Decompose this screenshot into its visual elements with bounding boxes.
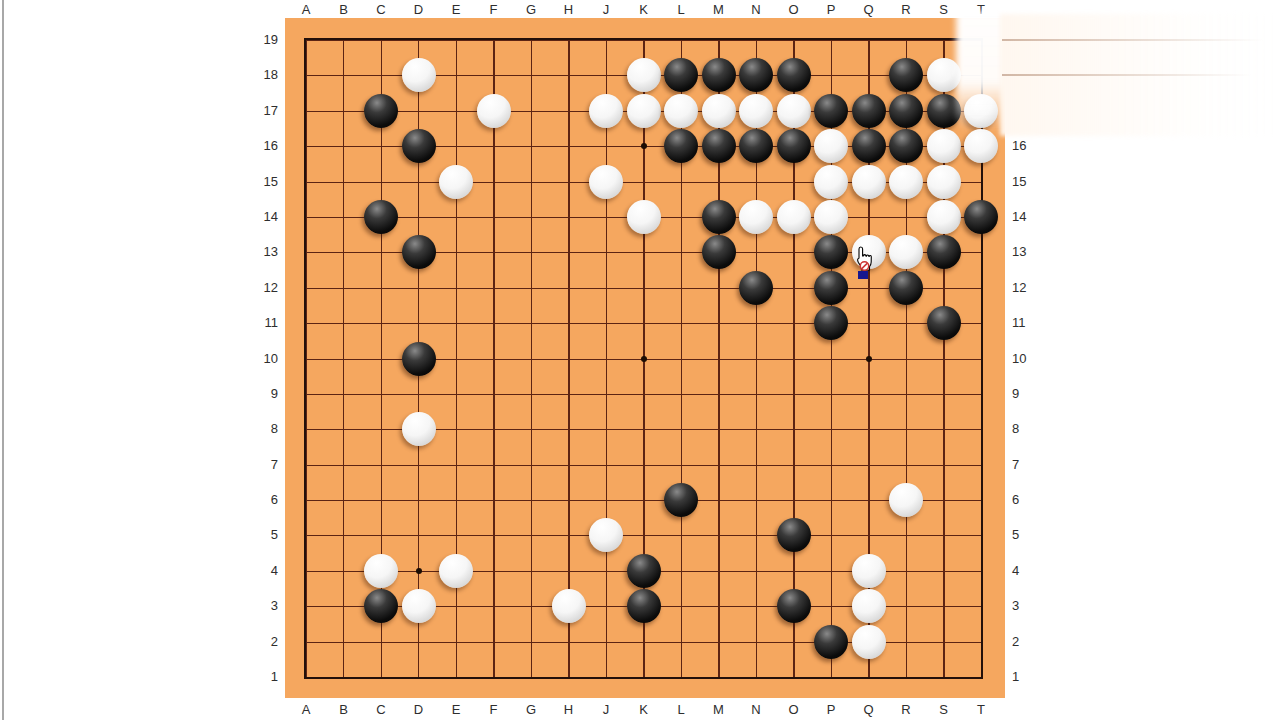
stone-white-Q4[interactable] [852, 554, 886, 588]
stone-black-C3[interactable] [364, 589, 398, 623]
col-label-bottom: L [669, 702, 693, 718]
stone-white-S18[interactable] [927, 58, 961, 92]
stone-white-M17[interactable] [702, 94, 736, 128]
row-label-right: 1 [1012, 669, 1046, 685]
glare-stripe [1002, 74, 1252, 76]
row-label-left: 16 [244, 138, 278, 154]
col-label-bottom: P [819, 702, 843, 718]
stone-black-M14[interactable] [702, 200, 736, 234]
row-label-right: 9 [1012, 386, 1046, 402]
stone-black-C14[interactable] [364, 200, 398, 234]
stone-black-R12[interactable] [889, 271, 923, 305]
stone-black-O18[interactable] [777, 58, 811, 92]
row-label-right: 11 [1012, 315, 1046, 331]
stone-white-E4[interactable] [439, 554, 473, 588]
col-label-bottom: O [782, 702, 806, 718]
stone-black-M18[interactable] [702, 58, 736, 92]
row-label-right: 3 [1012, 598, 1046, 614]
stone-white-C4[interactable] [364, 554, 398, 588]
stone-white-D18[interactable] [402, 58, 436, 92]
stone-white-R6[interactable] [889, 483, 923, 517]
row-label-left: 12 [244, 280, 278, 296]
stone-white-S14[interactable] [927, 200, 961, 234]
col-label-bottom: N [744, 702, 768, 718]
stone-white-E15[interactable] [439, 165, 473, 199]
stone-white-K14[interactable] [627, 200, 661, 234]
stone-white-R15[interactable] [889, 165, 923, 199]
row-label-right: 8 [1012, 421, 1046, 437]
stone-black-S11[interactable] [927, 306, 961, 340]
col-label-bottom: M [707, 702, 731, 718]
row-label-right: 4 [1012, 563, 1046, 579]
row-label-right: 13 [1012, 244, 1046, 260]
col-label-top: N [744, 2, 768, 18]
stone-black-K3[interactable] [627, 589, 661, 623]
row-label-left: 5 [244, 527, 278, 543]
col-label-bottom: C [369, 702, 393, 718]
col-label-bottom: F [482, 702, 506, 718]
stone-black-N12[interactable] [739, 271, 773, 305]
stone-black-O3[interactable] [777, 589, 811, 623]
left-edge-line [2, 0, 4, 720]
row-label-left: 17 [244, 103, 278, 119]
stone-black-M13[interactable] [702, 235, 736, 269]
stone-white-J17[interactable] [589, 94, 623, 128]
row-label-right: 10 [1012, 351, 1046, 367]
stone-black-O16[interactable] [777, 129, 811, 163]
stone-black-L16[interactable] [664, 129, 698, 163]
col-label-bottom: T [969, 702, 993, 718]
star-point-D4 [416, 568, 422, 574]
stone-white-O14[interactable] [777, 200, 811, 234]
col-label-top: S [932, 2, 956, 18]
stone-black-P11[interactable] [814, 306, 848, 340]
glare-artifact-horizontal [1000, 14, 1280, 136]
stone-black-D16[interactable] [402, 129, 436, 163]
stone-black-K4[interactable] [627, 554, 661, 588]
col-label-top: G [519, 2, 543, 18]
row-label-right: 6 [1012, 492, 1046, 508]
row-label-left: 13 [244, 244, 278, 260]
move-marker [858, 271, 868, 279]
stone-black-S13[interactable] [927, 235, 961, 269]
stone-black-N16[interactable] [739, 129, 773, 163]
stone-black-D10[interactable] [402, 342, 436, 376]
stone-white-N14[interactable] [739, 200, 773, 234]
stone-black-M16[interactable] [702, 129, 736, 163]
row-label-right: 15 [1012, 174, 1046, 190]
stone-black-P2[interactable] [814, 625, 848, 659]
col-label-top: J [594, 2, 618, 18]
col-label-top: Q [857, 2, 881, 18]
stone-black-R17[interactable] [889, 94, 923, 128]
stone-white-F17[interactable] [477, 94, 511, 128]
col-label-top: T [969, 2, 993, 18]
stone-white-T16[interactable] [964, 129, 998, 163]
col-label-bottom: G [519, 702, 543, 718]
col-label-top: D [407, 2, 431, 18]
stone-white-D8[interactable] [402, 412, 436, 446]
stone-white-S15[interactable] [927, 165, 961, 199]
stone-black-C17[interactable] [364, 94, 398, 128]
star-point-Q10 [866, 356, 872, 362]
col-label-top: L [669, 2, 693, 18]
col-label-top: P [819, 2, 843, 18]
stone-white-O17[interactable] [777, 94, 811, 128]
stone-black-R16[interactable] [889, 129, 923, 163]
row-label-left: 2 [244, 634, 278, 650]
stone-white-J15[interactable] [589, 165, 623, 199]
star-point-K16 [641, 143, 647, 149]
stone-white-T17[interactable] [964, 94, 998, 128]
col-label-bottom: J [594, 702, 618, 718]
stone-white-Q3[interactable] [852, 589, 886, 623]
row-label-left: 4 [244, 563, 278, 579]
page: AABBCCDDEEFFGGHHJJKKLLMMNNOOPPQQRRSSTT19… [0, 0, 1280, 720]
stone-white-N17[interactable] [739, 94, 773, 128]
row-label-left: 8 [244, 421, 278, 437]
stone-black-Q16[interactable] [852, 129, 886, 163]
stone-black-P17[interactable] [814, 94, 848, 128]
col-label-bottom: K [632, 702, 656, 718]
col-label-bottom: R [894, 702, 918, 718]
col-label-top: M [707, 2, 731, 18]
stone-white-H3[interactable] [552, 589, 586, 623]
col-label-top: O [782, 2, 806, 18]
row-label-left: 19 [244, 32, 278, 48]
col-label-bottom: A [294, 702, 318, 718]
stone-white-L17[interactable] [664, 94, 698, 128]
col-label-top: B [332, 2, 356, 18]
stone-black-T14[interactable] [964, 200, 998, 234]
stone-white-P14[interactable] [814, 200, 848, 234]
col-label-bottom: H [557, 702, 581, 718]
row-label-left: 15 [244, 174, 278, 190]
row-label-right: 2 [1012, 634, 1046, 650]
stone-white-Q13[interactable] [852, 235, 886, 269]
col-label-top: H [557, 2, 581, 18]
row-label-left: 7 [244, 457, 278, 473]
col-label-top: F [482, 2, 506, 18]
row-label-right: 5 [1012, 527, 1046, 543]
row-label-left: 1 [244, 669, 278, 685]
stone-black-S17[interactable] [927, 94, 961, 128]
stone-white-K18[interactable] [627, 58, 661, 92]
row-label-left: 3 [244, 598, 278, 614]
col-label-bottom: Q [857, 702, 881, 718]
stone-white-S16[interactable] [927, 129, 961, 163]
row-label-right: 12 [1012, 280, 1046, 296]
row-label-right: 14 [1012, 209, 1046, 225]
row-label-left: 14 [244, 209, 278, 225]
stone-white-Q2[interactable] [852, 625, 886, 659]
stone-black-Q17[interactable] [852, 94, 886, 128]
row-label-right: 7 [1012, 457, 1046, 473]
col-label-top: R [894, 2, 918, 18]
stone-white-K17[interactable] [627, 94, 661, 128]
col-label-bottom: B [332, 702, 356, 718]
stone-black-P12[interactable] [814, 271, 848, 305]
col-label-bottom: E [444, 702, 468, 718]
col-label-bottom: D [407, 702, 431, 718]
stone-black-O5[interactable] [777, 518, 811, 552]
glare-stripe [1002, 39, 1264, 41]
stone-white-P16[interactable] [814, 129, 848, 163]
row-label-left: 11 [244, 315, 278, 331]
stone-black-L6[interactable] [664, 483, 698, 517]
row-label-left: 6 [244, 492, 278, 508]
star-point-K10 [641, 356, 647, 362]
col-label-top: C [369, 2, 393, 18]
row-label-left: 10 [244, 351, 278, 367]
col-label-bottom: S [932, 702, 956, 718]
col-label-top: K [632, 2, 656, 18]
stone-black-D13[interactable] [402, 235, 436, 269]
stone-white-P15[interactable] [814, 165, 848, 199]
row-label-left: 9 [244, 386, 278, 402]
col-label-top: E [444, 2, 468, 18]
col-label-top: A [294, 2, 318, 18]
row-label-left: 18 [244, 67, 278, 83]
stone-white-D3[interactable] [402, 589, 436, 623]
stone-white-Q15[interactable] [852, 165, 886, 199]
row-label-right: 16 [1012, 138, 1046, 154]
